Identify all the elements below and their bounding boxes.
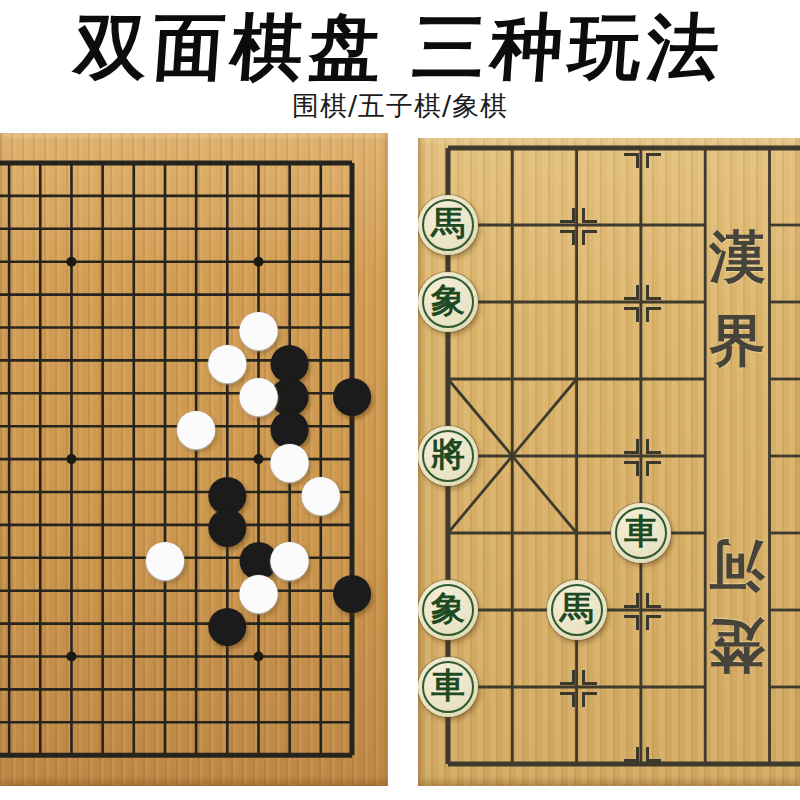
position-marker xyxy=(646,439,661,454)
position-marker xyxy=(624,747,639,762)
star-point xyxy=(253,652,263,662)
position-marker xyxy=(560,208,575,223)
position-marker xyxy=(560,230,575,245)
star-point xyxy=(66,454,76,464)
position-marker xyxy=(646,307,661,322)
xiangqi-piece-馬: 馬 xyxy=(418,195,478,255)
river-label-chu-rotated: 楚 xyxy=(704,607,770,683)
page-subtitle: 围棋/五子棋/象棋 xyxy=(0,88,800,124)
page-title: 双面棋盘三种玩法 xyxy=(0,4,800,90)
position-marker xyxy=(624,153,639,168)
river-label-he-rotated: 河 xyxy=(704,527,770,603)
position-marker xyxy=(646,593,661,608)
xiangqi-piece-將: 將 xyxy=(418,426,478,486)
star-point xyxy=(253,454,263,464)
position-marker xyxy=(624,307,639,322)
position-marker xyxy=(624,461,639,476)
xiangqi-piece-馬: 馬 xyxy=(547,580,607,640)
title-part-2: 三种玩法 xyxy=(410,4,728,89)
position-marker xyxy=(646,285,661,300)
xiangqi-piece-車: 車 xyxy=(418,657,478,717)
position-marker xyxy=(560,670,575,685)
piece-character: 象 xyxy=(431,586,465,632)
piece-character: 馬 xyxy=(560,586,594,632)
position-marker xyxy=(582,208,597,223)
header: 双面棋盘三种玩法 围棋/五子棋/象棋 xyxy=(0,4,800,124)
position-marker xyxy=(646,615,661,630)
star-point xyxy=(253,257,263,267)
position-marker xyxy=(582,230,597,245)
position-marker xyxy=(646,747,661,762)
title-part-1: 双面棋盘 xyxy=(72,4,390,89)
xiangqi-piece-車: 車 xyxy=(611,503,671,563)
position-marker xyxy=(646,153,661,168)
river-label-jie: 界 xyxy=(704,304,770,380)
position-marker xyxy=(582,692,597,707)
piece-character: 將 xyxy=(431,432,465,478)
star-point xyxy=(66,257,76,267)
xiangqi-board: 漢界河楚馬象將象車車馬 xyxy=(418,138,800,786)
piece-character: 馬 xyxy=(431,201,465,247)
position-marker xyxy=(624,439,639,454)
xiangqi-piece-象: 象 xyxy=(418,580,478,640)
position-marker xyxy=(646,461,661,476)
river-label-han: 漢 xyxy=(704,220,770,296)
piece-character: 象 xyxy=(431,278,465,324)
position-marker xyxy=(624,285,639,300)
star-point xyxy=(66,652,76,662)
position-marker xyxy=(624,593,639,608)
position-marker xyxy=(560,692,575,707)
piece-character: 車 xyxy=(624,509,658,555)
go-board: ●●●●●●●●●●●●●●●●●● xyxy=(0,133,388,786)
position-marker xyxy=(582,670,597,685)
piece-character: 車 xyxy=(431,663,465,709)
xiangqi-piece-象: 象 xyxy=(418,272,478,332)
go-grid xyxy=(0,133,388,786)
position-marker xyxy=(624,615,639,630)
